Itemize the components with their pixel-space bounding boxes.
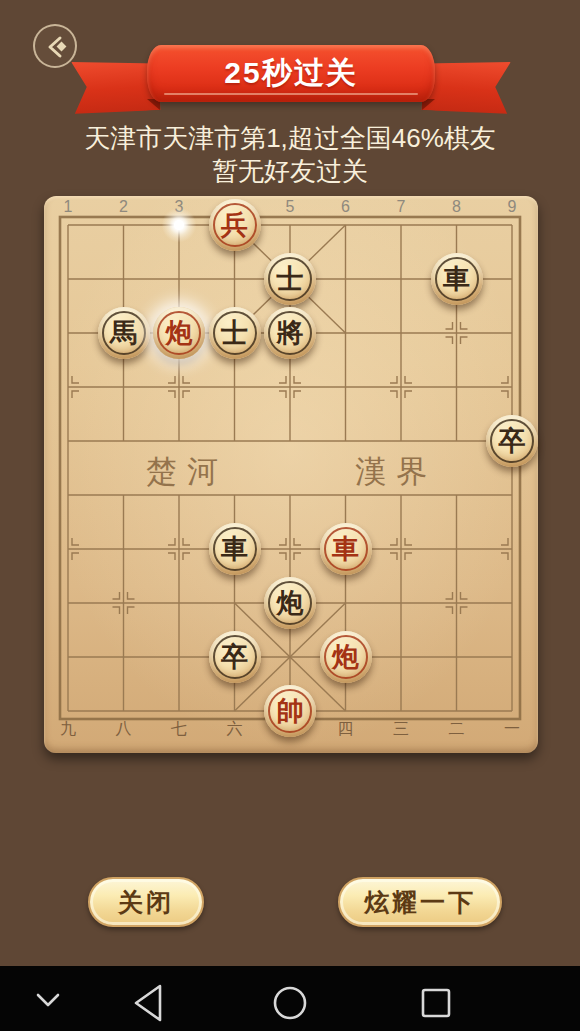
piece-glyph: 士	[277, 261, 304, 297]
piece-black-將[interactable]: 將	[264, 307, 316, 359]
river-text-left: 楚河	[146, 451, 228, 493]
collapse-chevron-icon[interactable]	[38, 995, 58, 1005]
piece-black-士[interactable]: 士	[209, 307, 261, 359]
piece-glyph: 炮	[277, 585, 304, 621]
file-label-bottom: 八	[109, 718, 139, 740]
piece-red-炮[interactable]: 炮	[153, 307, 205, 359]
piece-glyph: 將	[277, 315, 304, 351]
file-label-top: 5	[275, 197, 305, 217]
file-label-bottom: 九	[53, 718, 83, 740]
file-label-bottom: 六	[220, 718, 250, 740]
nav-recents-icon[interactable]	[423, 990, 449, 1016]
piece-glyph: 車	[221, 531, 248, 567]
nav-back-icon[interactable]	[136, 986, 160, 1020]
result-screen: 25秒过关 天津市天津市第1,超过全国46%棋友 暂无好友过关 12345678…	[0, 0, 580, 1031]
file-label-bottom: 三	[386, 718, 416, 740]
result-banner: 25秒过关	[147, 45, 435, 102]
piece-glyph: 士	[221, 315, 248, 351]
friends-text: 暂无好友过关	[0, 155, 580, 187]
river-text-right: 漢界	[355, 451, 437, 493]
piece-black-卒[interactable]: 卒	[209, 631, 261, 683]
piece-glyph: 兵	[221, 207, 248, 243]
piece-glyph: 車	[332, 531, 359, 567]
piece-red-帥[interactable]: 帥	[264, 685, 316, 737]
piece-black-士[interactable]: 士	[264, 253, 316, 305]
file-label-top: 1	[53, 197, 83, 217]
file-label-bottom: 二	[442, 718, 472, 740]
last-move-origin-marker	[161, 207, 197, 243]
piece-glyph: 炮	[332, 639, 359, 675]
piece-black-馬[interactable]: 馬	[98, 307, 150, 359]
nav-home-icon[interactable]	[275, 988, 305, 1018]
piece-black-車[interactable]: 車	[431, 253, 483, 305]
piece-red-車[interactable]: 車	[320, 523, 372, 575]
file-label-top: 6	[331, 197, 361, 217]
piece-red-兵[interactable]: 兵	[209, 199, 261, 251]
file-label-top: 2	[109, 197, 139, 217]
piece-red-炮[interactable]: 炮	[320, 631, 372, 683]
piece-glyph: 帥	[277, 693, 304, 729]
brag-button[interactable]: 炫耀一下	[338, 877, 502, 927]
close-button[interactable]: 关闭	[88, 877, 204, 927]
file-label-top: 9	[497, 197, 527, 217]
file-label-bottom: 一	[497, 718, 527, 740]
banner-title: 25秒过关	[224, 53, 357, 94]
file-label-top: 7	[386, 197, 416, 217]
back-button[interactable]	[33, 24, 77, 68]
file-label-bottom: 四	[331, 718, 361, 740]
xiangqi-board: 123456789 九八七六五四三二一 楚河 漢界 兵士車馬炮士將卒車車炮卒炮帥	[44, 196, 538, 753]
file-label-bottom: 七	[164, 718, 194, 740]
piece-glyph: 卒	[499, 423, 526, 459]
rank-text: 天津市天津市第1,超过全国46%棋友	[0, 122, 580, 154]
android-nav-bar	[0, 966, 580, 1031]
piece-glyph: 馬	[110, 315, 137, 351]
file-label-top: 8	[442, 197, 472, 217]
piece-black-卒[interactable]: 卒	[486, 415, 538, 467]
piece-black-車[interactable]: 車	[209, 523, 261, 575]
piece-black-炮[interactable]: 炮	[264, 577, 316, 629]
piece-glyph: 炮	[166, 315, 193, 351]
piece-glyph: 卒	[221, 639, 248, 675]
piece-glyph: 車	[443, 261, 470, 297]
